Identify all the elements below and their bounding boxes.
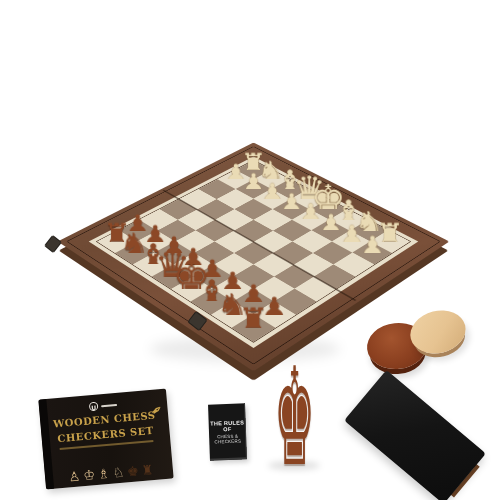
box-art-piece-icon: ♜: [141, 463, 154, 477]
king-piece-glyph: ♚: [274, 369, 315, 466]
box-art-piece-icon: ♚: [127, 464, 140, 478]
booklet-title-line2: CHESS & CHECKERS: [209, 433, 246, 444]
brand-logo-icon: U: [89, 402, 99, 412]
retail-box: U WOODEN CHESS CHECKERS SET ♙♔♗♘♚♜ ✒: [38, 389, 173, 490]
chess-board-grid: ♜♞♝♛♚♝♞♜♟♟♟♟♟♟♟♟♟♟♟♟♟♟♟♟♜♞♝♛♚♝♞♜: [96, 160, 411, 343]
chess-board: ♜♞♝♛♚♝♞♜♟♟♟♟♟♟♟♟♟♟♟♟♟♟♟♟♜♞♝♛♚♝♞♜: [115, 103, 392, 380]
brand-name-bar: [101, 403, 117, 406]
square-c5: [196, 220, 235, 242]
box-art-piece-icon: ♘: [112, 466, 125, 480]
box-art-pieces: ♙♔♗♘♚♜: [52, 449, 170, 485]
box-art-piece-icon: ♔: [83, 468, 96, 482]
square-h8: ♜: [232, 315, 275, 342]
booklet-title-line1: THE RULES OF: [209, 419, 246, 432]
product-photo: ♜♞♝♛♚♝♞♜♟♟♟♟♟♟♟♟♟♟♟♟♟♟♟♟♜♞♝♛♚♝♞♜ U WOODE…: [0, 0, 500, 500]
box-art-piece-icon: ♗: [97, 467, 110, 481]
board-margin: ♜♞♝♛♚♝♞♜♟♟♟♟♟♟♟♟♟♟♟♟♟♟♟♟♜♞♝♛♚♝♞♜: [89, 157, 419, 348]
rules-booklet: THE RULES OF CHESS & CHECKERS: [208, 403, 247, 460]
spare-king-piece: ♚: [258, 368, 332, 466]
box-art-piece-icon: ♙: [68, 469, 81, 483]
piece-dark-rook: ♜: [225, 304, 282, 338]
